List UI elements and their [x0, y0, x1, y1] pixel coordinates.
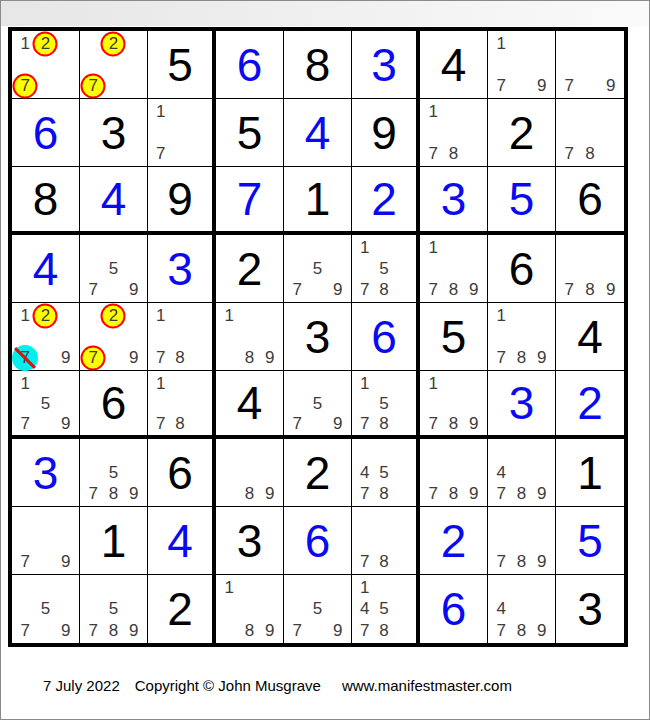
candidate-7: 7: [88, 485, 97, 502]
candidate-9: 9: [265, 622, 274, 639]
top-gradient-band: [1, 1, 649, 26]
given-digit: 1: [577, 450, 603, 496]
cell-r1c1[interactable]: 127: [12, 31, 80, 99]
cell-r7c5[interactable]: 2: [284, 439, 352, 507]
candidate-7: 7: [496, 349, 505, 366]
candidate-7-eliminated: 7: [20, 349, 29, 366]
candidate-5: 5: [379, 600, 388, 617]
candidate-7: 7: [565, 145, 574, 162]
cell-r6c1[interactable]: 1579: [12, 371, 80, 439]
candidate-8: 8: [517, 349, 526, 366]
cell-r2c2[interactable]: 3: [80, 99, 148, 167]
cell-r8c9[interactable]: 5: [556, 507, 624, 575]
candidate-8: 8: [449, 145, 458, 162]
candidate-1: 1: [428, 375, 437, 392]
given-digit: 6: [577, 176, 603, 222]
cell-r4c5[interactable]: 579: [284, 235, 352, 303]
candidate-5: 5: [313, 395, 322, 412]
candidate-5: 5: [109, 464, 118, 481]
candidate-1: 1: [156, 307, 165, 324]
given-digit: 9: [371, 110, 397, 156]
cell-r8c6[interactable]: 78: [352, 507, 420, 575]
candidate-9: 9: [469, 415, 478, 432]
candidate-7: 7: [428, 415, 437, 432]
cell-r9c9[interactable]: 3: [556, 575, 624, 643]
cell-r1c5[interactable]: 8: [284, 31, 352, 99]
cell-r8c7[interactable]: 2: [420, 507, 488, 575]
cell-r6c6[interactable]: 1578: [352, 371, 420, 439]
cell-r4c7[interactable]: 1789: [420, 235, 488, 303]
cell-r5c1[interactable]: 1279: [12, 303, 80, 371]
candidate-7-highlighted: 7: [88, 77, 97, 94]
cell-r3c2[interactable]: 4: [80, 167, 148, 235]
candidate-7: 7: [20, 622, 29, 639]
candidate-7: 7: [156, 145, 165, 162]
candidate-7: 7: [565, 77, 574, 94]
footer-copyright: Copyright © John Musgrave: [135, 677, 321, 694]
candidate-7: 7: [292, 415, 301, 432]
cell-r9c8[interactable]: 4789: [488, 575, 556, 643]
cell-r6c3[interactable]: 178: [148, 371, 216, 439]
solved-digit: 7: [237, 176, 263, 222]
candidate-7-highlighted: 7: [20, 77, 29, 94]
cell-r3c7[interactable]: 3: [420, 167, 488, 235]
candidate-8: 8: [585, 145, 594, 162]
candidate-1: 1: [496, 307, 505, 324]
candidate-9: 9: [265, 485, 274, 502]
cell-r8c1[interactable]: 79: [12, 507, 80, 575]
solved-digit: 3: [33, 450, 59, 496]
candidate-9: 9: [537, 77, 546, 94]
sudoku-page: 1272756834179796317549178278849712356457…: [0, 0, 650, 720]
footer: 7 July 2022 Copyright © John Musgrave ww…: [43, 677, 512, 694]
candidate-9: 9: [537, 622, 546, 639]
candidate-7: 7: [496, 77, 505, 94]
candidate-9: 9: [333, 281, 342, 298]
candidate-2-highlighted: 2: [41, 35, 50, 52]
candidate-7: 7: [292, 622, 301, 639]
given-digit: 2: [237, 246, 263, 292]
cell-r8c3[interactable]: 4: [148, 507, 216, 575]
candidate-2-highlighted: 2: [41, 307, 50, 324]
candidate-8: 8: [379, 485, 388, 502]
cell-r5c2[interactable]: 279: [80, 303, 148, 371]
cell-r3c8[interactable]: 5: [488, 167, 556, 235]
given-digit: 5: [237, 110, 263, 156]
given-digit: 2: [509, 110, 535, 156]
solved-digit: 6: [305, 518, 331, 564]
cell-r5c7[interactable]: 5: [420, 303, 488, 371]
cell-r1c3[interactable]: 5: [148, 31, 216, 99]
candidate-7: 7: [88, 281, 97, 298]
given-digit: 3: [577, 586, 603, 632]
candidate-5: 5: [109, 600, 118, 617]
cell-r2c3[interactable]: 17: [148, 99, 216, 167]
cell-r9c2[interactable]: 5789: [80, 575, 148, 643]
cell-r8c4[interactable]: 3: [216, 507, 284, 575]
candidate-8: 8: [245, 622, 254, 639]
candidate-8: 8: [245, 349, 254, 366]
cell-r6c5[interactable]: 579: [284, 371, 352, 439]
candidate-9: 9: [265, 349, 274, 366]
given-digit: 8: [33, 176, 59, 222]
solved-digit: 2: [577, 380, 603, 426]
candidate-4: 4: [360, 464, 369, 481]
candidate-9: 9: [537, 553, 546, 570]
candidate-9: 9: [333, 415, 342, 432]
given-digit: 1: [305, 176, 331, 222]
solved-digit: 2: [441, 518, 467, 564]
given-digit: 2: [167, 586, 193, 632]
cell-r6c7[interactable]: 1789: [420, 371, 488, 439]
candidate-1: 1: [20, 35, 29, 52]
candidate-7: 7: [428, 281, 437, 298]
given-digit: 6: [167, 450, 193, 496]
given-digit: 4: [441, 42, 467, 88]
given-digit: 1: [101, 518, 127, 564]
cell-r6c9[interactable]: 2: [556, 371, 624, 439]
candidate-8: 8: [517, 622, 526, 639]
candidate-8: 8: [175, 349, 184, 366]
candidate-8: 8: [585, 281, 594, 298]
cell-r1c2[interactable]: 27: [80, 31, 148, 99]
cell-r7c3[interactable]: 6: [148, 439, 216, 507]
solved-digit: 3: [371, 42, 397, 88]
cell-r5c8[interactable]: 1789: [488, 303, 556, 371]
given-digit: 6: [101, 380, 127, 426]
footer-website: www.manifestmaster.com: [342, 677, 512, 694]
candidate-9: 9: [129, 622, 138, 639]
candidate-7: 7: [292, 281, 301, 298]
solved-digit: 6: [441, 586, 467, 632]
cell-r1c9[interactable]: 79: [556, 31, 624, 99]
candidate-2-highlighted: 2: [109, 307, 118, 324]
cell-r3c1[interactable]: 8: [12, 167, 80, 235]
candidate-7: 7: [360, 622, 369, 639]
cell-r4c2[interactable]: 579: [80, 235, 148, 303]
candidate-5: 5: [109, 260, 118, 277]
solved-digit: 5: [577, 518, 603, 564]
cell-r7c1[interactable]: 3: [12, 439, 80, 507]
cell-r5c3[interactable]: 178: [148, 303, 216, 371]
candidate-1: 1: [224, 579, 233, 596]
candidate-5: 5: [313, 260, 322, 277]
candidate-8: 8: [379, 281, 388, 298]
given-digit: 9: [167, 176, 193, 222]
cell-r7c2[interactable]: 5789: [80, 439, 148, 507]
candidate-1: 1: [156, 103, 165, 120]
cell-r1c6[interactable]: 3: [352, 31, 420, 99]
given-digit: 5: [441, 314, 467, 360]
cell-r8c8[interactable]: 789: [488, 507, 556, 575]
cell-r9c5[interactable]: 579: [284, 575, 352, 643]
candidate-5: 5: [313, 600, 322, 617]
cell-r2c7[interactable]: 178: [420, 99, 488, 167]
candidate-1: 1: [156, 375, 165, 392]
candidate-7-highlighted: 7: [88, 349, 97, 366]
candidate-9: 9: [537, 349, 546, 366]
cell-r1c7[interactable]: 4: [420, 31, 488, 99]
given-digit: 8: [305, 42, 331, 88]
solved-digit: 6: [371, 314, 397, 360]
solved-digit: 4: [305, 110, 331, 156]
cell-r5c9[interactable]: 4: [556, 303, 624, 371]
cell-r2c5[interactable]: 4: [284, 99, 352, 167]
candidate-7: 7: [20, 553, 29, 570]
cell-r8c5[interactable]: 6: [284, 507, 352, 575]
candidate-1: 1: [428, 239, 437, 256]
given-digit: 3: [101, 110, 127, 156]
cell-r7c9[interactable]: 1: [556, 439, 624, 507]
candidate-9: 9: [333, 622, 342, 639]
candidate-8: 8: [175, 415, 184, 432]
candidate-7: 7: [565, 281, 574, 298]
cell-r2c4[interactable]: 5: [216, 99, 284, 167]
cell-r3c9[interactable]: 6: [556, 167, 624, 235]
given-digit: 3: [237, 518, 263, 564]
cell-r4c8[interactable]: 6: [488, 235, 556, 303]
footer-date: 7 July 2022: [43, 677, 120, 694]
candidate-8: 8: [449, 415, 458, 432]
candidate-7: 7: [496, 485, 505, 502]
candidate-4: 4: [496, 464, 505, 481]
given-digit: 6: [509, 246, 535, 292]
candidate-9: 9: [606, 281, 615, 298]
cell-r9c7[interactable]: 6: [420, 575, 488, 643]
candidate-7: 7: [360, 553, 369, 570]
candidate-4: 4: [360, 600, 369, 617]
cell-r7c8[interactable]: 4789: [488, 439, 556, 507]
given-digit: 3: [305, 314, 331, 360]
solved-digit: 4: [167, 518, 193, 564]
cell-r3c4[interactable]: 7: [216, 167, 284, 235]
cell-r5c4[interactable]: 189: [216, 303, 284, 371]
candidate-8: 8: [449, 485, 458, 502]
cell-r7c6[interactable]: 4578: [352, 439, 420, 507]
candidate-8: 8: [517, 485, 526, 502]
candidate-7: 7: [156, 349, 165, 366]
candidate-9: 9: [61, 415, 70, 432]
candidate-9: 9: [129, 281, 138, 298]
candidate-8: 8: [517, 553, 526, 570]
candidate-9: 9: [61, 349, 70, 366]
solved-digit: 6: [237, 42, 263, 88]
candidate-8: 8: [109, 622, 118, 639]
candidate-9: 9: [129, 349, 138, 366]
solved-digit: 4: [33, 246, 59, 292]
given-digit: 5: [167, 42, 193, 88]
cell-r6c2[interactable]: 6: [80, 371, 148, 439]
cell-r2c9[interactable]: 78: [556, 99, 624, 167]
candidate-9: 9: [469, 485, 478, 502]
solved-digit: 4: [101, 176, 127, 222]
candidate-9: 9: [537, 485, 546, 502]
candidate-9: 9: [469, 281, 478, 298]
candidate-1: 1: [360, 375, 369, 392]
candidate-1: 1: [20, 307, 29, 324]
candidate-8: 8: [449, 281, 458, 298]
candidate-5: 5: [379, 260, 388, 277]
candidate-8: 8: [379, 622, 388, 639]
candidate-7: 7: [496, 622, 505, 639]
candidate-5: 5: [41, 395, 50, 412]
candidate-5: 5: [41, 600, 50, 617]
candidate-9: 9: [129, 485, 138, 502]
solved-digit: 3: [509, 380, 535, 426]
candidate-5: 5: [379, 395, 388, 412]
candidate-1: 1: [428, 103, 437, 120]
candidate-7: 7: [496, 553, 505, 570]
cell-r3c6[interactable]: 2: [352, 167, 420, 235]
cell-r4c9[interactable]: 789: [556, 235, 624, 303]
solved-digit: 3: [441, 176, 467, 222]
cell-r9c1[interactable]: 579: [12, 575, 80, 643]
solved-digit: 3: [167, 246, 193, 292]
cell-r6c8[interactable]: 3: [488, 371, 556, 439]
cell-r9c3[interactable]: 2: [148, 575, 216, 643]
candidate-1: 1: [224, 307, 233, 324]
candidate-7: 7: [360, 485, 369, 502]
given-digit: 4: [577, 314, 603, 360]
sudoku-board: 1272756834179796317549178278849712356457…: [8, 27, 628, 647]
cell-r2c6[interactable]: 9: [352, 99, 420, 167]
cell-r5c6[interactable]: 6: [352, 303, 420, 371]
candidate-1: 1: [360, 239, 369, 256]
cell-r5c5[interactable]: 3: [284, 303, 352, 371]
candidate-5: 5: [379, 464, 388, 481]
candidate-7: 7: [428, 145, 437, 162]
solved-digit: 5: [509, 176, 535, 222]
given-digit: 4: [237, 380, 263, 426]
cell-r4c3[interactable]: 3: [148, 235, 216, 303]
cell-r1c4[interactable]: 6: [216, 31, 284, 99]
cell-r9c4[interactable]: 189: [216, 575, 284, 643]
candidate-9: 9: [61, 553, 70, 570]
cell-r7c4[interactable]: 89: [216, 439, 284, 507]
candidate-9: 9: [606, 77, 615, 94]
cell-r3c3[interactable]: 9: [148, 167, 216, 235]
cell-r4c6[interactable]: 1578: [352, 235, 420, 303]
candidate-7: 7: [428, 485, 437, 502]
cell-r1c8[interactable]: 179: [488, 31, 556, 99]
candidate-8: 8: [379, 553, 388, 570]
cell-r2c8[interactable]: 2: [488, 99, 556, 167]
candidate-4: 4: [496, 600, 505, 617]
cell-r8c2[interactable]: 1: [80, 507, 148, 575]
candidate-8: 8: [109, 485, 118, 502]
candidate-2-highlighted: 2: [109, 35, 118, 52]
candidate-8: 8: [379, 415, 388, 432]
solved-digit: 2: [371, 176, 397, 222]
candidate-8: 8: [245, 485, 254, 502]
cell-r7c7[interactable]: 789: [420, 439, 488, 507]
candidate-9: 9: [61, 622, 70, 639]
candidate-1: 1: [360, 579, 369, 596]
cell-r4c1[interactable]: 4: [12, 235, 80, 303]
candidate-1: 1: [496, 35, 505, 52]
candidate-7: 7: [156, 415, 165, 432]
cell-r2c1[interactable]: 6: [12, 99, 80, 167]
candidate-7: 7: [88, 622, 97, 639]
cell-r4c4[interactable]: 2: [216, 235, 284, 303]
candidate-7: 7: [20, 415, 29, 432]
cell-r6c4[interactable]: 4: [216, 371, 284, 439]
candidate-7: 7: [360, 415, 369, 432]
solved-digit: 6: [33, 110, 59, 156]
candidate-7: 7: [360, 281, 369, 298]
cell-r3c5[interactable]: 1: [284, 167, 352, 235]
given-digit: 2: [305, 450, 331, 496]
cell-r9c6[interactable]: 14578: [352, 575, 420, 643]
candidate-1: 1: [20, 375, 29, 392]
